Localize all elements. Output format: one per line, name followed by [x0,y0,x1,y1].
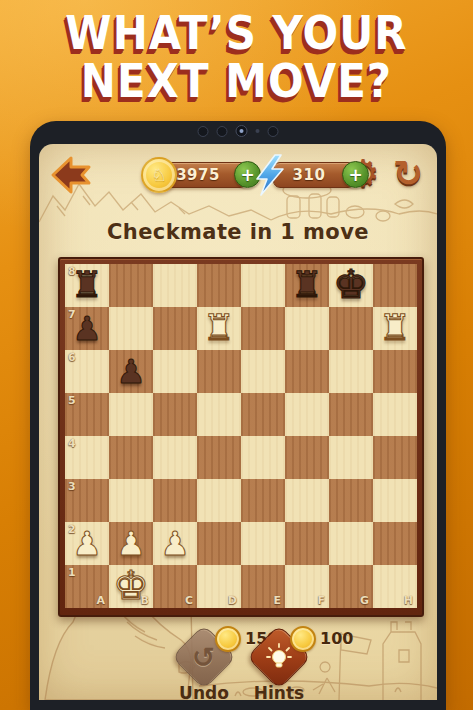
square-c7[interactable] [153,307,197,350]
square-c2[interactable]: ♟ [153,522,197,565]
square-h3[interactable] [373,479,417,522]
chess-board: 8♜♜♚7♟♜♜6♟5432♟♟♟1AB♚CDEFGH [65,264,417,608]
coin-icon: ♘ [141,157,177,193]
rank-label-5: 5 [68,394,76,407]
square-g5[interactable] [329,393,373,436]
square-f1[interactable]: F [285,565,329,608]
page-background: WHAT’S YOUR NEXT MOVE? [0,0,473,710]
tablet-device: 3975 ♘ + 310 [30,121,446,710]
square-f3[interactable] [285,479,329,522]
square-g7[interactable] [329,307,373,350]
file-label-g: G [360,594,369,607]
piece-white-rook[interactable]: ♜ [379,310,411,346]
back-button[interactable] [47,154,95,198]
square-f5[interactable] [285,393,329,436]
file-label-h: H [404,594,413,607]
front-camera-icon [236,125,248,137]
rank-label-8: 8 [68,265,76,278]
sensor-icon [198,126,209,137]
square-e7[interactable] [241,307,285,350]
file-label-e: E [273,594,281,607]
chess-board-frame: 8♜♜♚7♟♜♜6♟5432♟♟♟1AB♚CDEFGH [58,257,424,617]
square-d2[interactable] [197,522,241,565]
rank-label-3: 3 [68,480,76,493]
square-c1[interactable]: C [153,565,197,608]
square-d4[interactable] [197,436,241,479]
hints-coin-icon [290,626,316,652]
rank-label-1: 1 [68,566,76,579]
puzzle-title: Checkmate in 1 move [39,220,437,244]
square-e5[interactable] [241,393,285,436]
square-c4[interactable] [153,436,197,479]
sensor-icon [268,126,279,137]
square-a1[interactable]: 1A [65,565,109,608]
square-b2[interactable]: ♟ [109,522,153,565]
square-d3[interactable] [197,479,241,522]
tablet-top-bezel [30,121,446,144]
square-d6[interactable] [197,350,241,393]
hud-bar: 3975 ♘ + 310 [39,152,437,202]
file-label-b: B [141,594,149,607]
restart-icon: ↻ [393,153,423,194]
square-g4[interactable] [329,436,373,479]
file-label-f: F [317,594,325,607]
square-b4[interactable] [109,436,153,479]
rank-label-7: 7 [68,308,76,321]
square-c8[interactable] [153,264,197,307]
square-e6[interactable] [241,350,285,393]
square-e3[interactable] [241,479,285,522]
piece-white-pawn[interactable]: ♟ [72,527,102,560]
square-c3[interactable] [153,479,197,522]
square-g3[interactable] [329,479,373,522]
square-f8[interactable]: ♜ [285,264,329,307]
lightbulb-icon [264,642,294,672]
piece-white-pawn[interactable]: ♟ [160,527,190,560]
square-b1[interactable]: B♚ [109,565,153,608]
square-g8[interactable]: ♚ [329,264,373,307]
square-e1[interactable]: E [241,565,285,608]
coin-knight-icon: ♘ [151,165,166,185]
square-h8[interactable] [373,264,417,307]
square-a3[interactable]: 3 [65,479,109,522]
square-c6[interactable] [153,350,197,393]
file-label-d: D [228,594,237,607]
square-a2[interactable]: 2♟ [65,522,109,565]
square-d5[interactable] [197,393,241,436]
piece-white-pawn[interactable]: ♟ [116,527,146,560]
headline-banner: WHAT’S YOUR NEXT MOVE? [0,8,473,104]
piece-black-pawn[interactable]: ♟ [72,312,102,345]
square-f7[interactable] [285,307,329,350]
file-label-a: A [96,594,105,607]
undo-coin-icon [215,626,241,652]
hints-cost: 100 [320,629,353,648]
restart-button[interactable]: ↻ [387,152,429,196]
add-energy-button[interactable]: + [342,161,369,188]
square-a8[interactable]: 8♜ [65,264,109,307]
rank-label-4: 4 [68,437,76,450]
square-d1[interactable]: D [197,565,241,608]
square-e4[interactable] [241,436,285,479]
square-c5[interactable] [153,393,197,436]
square-d7[interactable]: ♜ [197,307,241,350]
app-screen: 3975 ♘ + 310 [39,144,437,700]
square-e2[interactable] [241,522,285,565]
coin-balance-pill[interactable]: 3975 ♘ + [143,159,255,191]
square-d8[interactable] [197,264,241,307]
square-a7[interactable]: 7♟ [65,307,109,350]
square-b7[interactable] [109,307,153,350]
headline-line-2: NEXT MOVE? [0,56,473,108]
square-h7[interactable]: ♜ [373,307,417,350]
hints-label: Hints [234,683,324,700]
square-h1[interactable]: H [373,565,417,608]
headline-line-1: WHAT’S YOUR [0,8,473,60]
square-b5[interactable] [109,393,153,436]
piece-black-king[interactable]: ♚ [333,264,369,304]
lightning-icon [253,153,287,197]
file-label-c: C [185,594,193,607]
piece-black-rook[interactable]: ♜ [291,267,323,303]
rank-label-6: 6 [68,351,76,364]
rank-label-2: 2 [68,523,76,536]
square-h2[interactable] [373,522,417,565]
square-f6[interactable] [285,350,329,393]
square-b6[interactable]: ♟ [109,350,153,393]
footer-bar: ↺ 150 Undo 100 Hints [39,626,437,700]
camera-icon [217,126,228,137]
square-h4[interactable] [373,436,417,479]
square-a5[interactable]: 5 [65,393,109,436]
piece-white-rook[interactable]: ♜ [203,310,235,346]
piece-black-pawn[interactable]: ♟ [116,355,146,388]
square-h5[interactable] [373,393,417,436]
square-b8[interactable] [109,264,153,307]
square-a6[interactable]: 6 [65,350,109,393]
square-g2[interactable] [329,522,373,565]
mic-dot-icon [256,129,260,133]
undo-icon: ↺ [192,641,215,674]
square-g1[interactable]: G [329,565,373,608]
square-h6[interactable] [373,350,417,393]
camera-cluster [198,125,279,137]
square-f4[interactable] [285,436,329,479]
square-g6[interactable] [329,350,373,393]
square-b3[interactable] [109,479,153,522]
square-e8[interactable] [241,264,285,307]
square-a4[interactable]: 4 [65,436,109,479]
square-f2[interactable] [285,522,329,565]
